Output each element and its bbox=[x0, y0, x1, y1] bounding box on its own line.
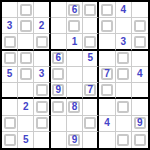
cell-box-marker bbox=[36, 117, 48, 129]
cell-r4c5[interactable] bbox=[67, 51, 83, 67]
given-digit: 3 bbox=[39, 69, 45, 79]
cell-r6c6[interactable]: 7 bbox=[83, 83, 99, 99]
cell-r8c3[interactable] bbox=[34, 116, 50, 132]
cell-r5c9[interactable]: 4 bbox=[132, 67, 148, 83]
given-digit: 9 bbox=[72, 135, 78, 145]
cell-r4c9[interactable] bbox=[132, 51, 148, 67]
cell-r9c7[interactable] bbox=[99, 132, 115, 148]
cell-r8c5[interactable] bbox=[67, 116, 83, 132]
given-digit: 6 bbox=[55, 53, 61, 63]
cell-r7c1[interactable] bbox=[2, 99, 18, 115]
cell-r6c2[interactable] bbox=[18, 83, 34, 99]
cell-box-marker bbox=[36, 84, 48, 96]
cell-box-marker bbox=[117, 101, 129, 113]
sudoku-board: 64321365537497284959 bbox=[0, 0, 150, 150]
cell-r5c3[interactable]: 3 bbox=[34, 67, 50, 83]
cell-r7c8[interactable] bbox=[116, 99, 132, 115]
cell-box-marker bbox=[101, 84, 113, 96]
cell-r2c7[interactable] bbox=[99, 18, 115, 34]
cell-r8c9[interactable]: 9 bbox=[132, 116, 148, 132]
cell-r6c9[interactable] bbox=[132, 83, 148, 99]
cell-r3c7[interactable] bbox=[99, 34, 115, 50]
cell-r4c1[interactable] bbox=[2, 51, 18, 67]
cell-r3c6[interactable] bbox=[83, 34, 99, 50]
cell-r4c7[interactable] bbox=[99, 51, 115, 67]
given-digit: 2 bbox=[23, 102, 29, 112]
cell-r2c1[interactable]: 3 bbox=[2, 18, 18, 34]
cell-box-marker bbox=[84, 36, 96, 48]
cell-r7c9[interactable] bbox=[132, 99, 148, 115]
cell-r3c2[interactable] bbox=[18, 34, 34, 50]
cell-r3c3[interactable] bbox=[34, 34, 50, 50]
cell-box-marker bbox=[20, 68, 32, 80]
cell-r1c5[interactable]: 6 bbox=[67, 2, 83, 18]
cell-r8c4[interactable] bbox=[51, 116, 67, 132]
cell-box-marker bbox=[117, 68, 129, 80]
cell-box-marker bbox=[52, 101, 64, 113]
cell-box-marker bbox=[117, 52, 129, 64]
cell-r3c5[interactable]: 1 bbox=[67, 34, 83, 50]
cell-r2c6[interactable] bbox=[83, 18, 99, 34]
cell-box-marker bbox=[52, 68, 64, 80]
cell-box-marker bbox=[4, 134, 16, 146]
given-digit: 6 bbox=[72, 5, 78, 15]
cell-r8c7[interactable]: 4 bbox=[99, 116, 115, 132]
cell-r7c3[interactable] bbox=[34, 99, 50, 115]
cell-r9c2[interactable]: 5 bbox=[18, 132, 34, 148]
cell-r7c7[interactable] bbox=[99, 99, 115, 115]
given-digit: 9 bbox=[137, 118, 143, 128]
cell-r1c3[interactable] bbox=[34, 2, 50, 18]
cell-box-marker bbox=[84, 4, 96, 16]
cell-r3c9[interactable] bbox=[132, 34, 148, 50]
cell-r2c9[interactable] bbox=[132, 18, 148, 34]
cell-r7c5[interactable]: 8 bbox=[67, 99, 83, 115]
cell-r2c5[interactable] bbox=[67, 18, 83, 34]
given-digit: 7 bbox=[104, 69, 110, 79]
cell-r6c8[interactable] bbox=[116, 83, 132, 99]
cell-r1c9[interactable] bbox=[132, 2, 148, 18]
cell-r5c2[interactable] bbox=[18, 67, 34, 83]
given-digit: 3 bbox=[120, 37, 126, 47]
cell-r4c3[interactable] bbox=[34, 51, 50, 67]
given-digit: 2 bbox=[39, 21, 45, 31]
cell-r3c4[interactable] bbox=[51, 34, 67, 50]
cell-r5c4[interactable] bbox=[51, 67, 67, 83]
cell-r8c6[interactable] bbox=[83, 116, 99, 132]
given-digit: 5 bbox=[23, 135, 29, 145]
cell-r4c8[interactable] bbox=[116, 51, 132, 67]
cell-r6c4[interactable]: 9 bbox=[51, 83, 67, 99]
cell-box-marker bbox=[134, 20, 146, 32]
given-digit: 9 bbox=[55, 85, 61, 95]
cell-box-marker bbox=[20, 20, 32, 32]
cell-r9c6[interactable] bbox=[83, 132, 99, 148]
cell-r1c1[interactable] bbox=[2, 2, 18, 18]
cell-r9c1[interactable] bbox=[2, 132, 18, 148]
given-digit: 8 bbox=[72, 102, 78, 112]
cell-r3c1[interactable] bbox=[2, 34, 18, 50]
cell-r7c4[interactable] bbox=[51, 99, 67, 115]
cell-r9c9[interactable] bbox=[132, 132, 148, 148]
cell-box-marker bbox=[36, 36, 48, 48]
cell-r4c2[interactable] bbox=[18, 51, 34, 67]
cell-r5c7[interactable]: 7 bbox=[99, 67, 115, 83]
cell-r5c5[interactable] bbox=[67, 67, 83, 83]
cell-r2c4[interactable] bbox=[51, 18, 67, 34]
cell-box-marker bbox=[36, 101, 48, 113]
cell-r1c4[interactable] bbox=[51, 2, 67, 18]
cell-r5c8[interactable] bbox=[116, 67, 132, 83]
given-digit: 7 bbox=[87, 85, 93, 95]
cell-box-marker bbox=[84, 117, 96, 129]
cell-box-marker bbox=[101, 4, 113, 16]
cell-r1c8[interactable]: 4 bbox=[116, 2, 132, 18]
cell-r2c2[interactable] bbox=[18, 18, 34, 34]
given-digit: 3 bbox=[7, 21, 13, 31]
cell-box-marker bbox=[20, 52, 32, 64]
given-digit: 4 bbox=[104, 118, 110, 128]
cell-r8c2[interactable] bbox=[18, 116, 34, 132]
cell-r6c1[interactable] bbox=[2, 83, 18, 99]
cell-r2c8[interactable] bbox=[116, 18, 132, 34]
cell-r6c3[interactable] bbox=[34, 83, 50, 99]
cell-box-marker bbox=[68, 20, 80, 32]
cell-r1c2[interactable] bbox=[18, 2, 34, 18]
cell-r1c6[interactable] bbox=[83, 2, 99, 18]
cell-r7c6[interactable] bbox=[83, 99, 99, 115]
cell-r6c5[interactable] bbox=[67, 83, 83, 99]
cell-r9c4[interactable] bbox=[51, 132, 67, 148]
cell-r2c3[interactable]: 2 bbox=[34, 18, 50, 34]
cell-r5c6[interactable] bbox=[83, 67, 99, 83]
cell-r8c1[interactable] bbox=[2, 116, 18, 132]
cell-r4c4[interactable]: 6 bbox=[51, 51, 67, 67]
cell-box-marker bbox=[117, 134, 129, 146]
given-digit: 4 bbox=[137, 69, 143, 79]
cell-box-marker bbox=[20, 4, 32, 16]
cell-box-marker bbox=[4, 117, 16, 129]
cell-box-marker bbox=[101, 20, 113, 32]
cell-r9c8[interactable] bbox=[116, 132, 132, 148]
cell-r5c1[interactable]: 5 bbox=[2, 67, 18, 83]
cell-r6c7[interactable] bbox=[99, 83, 115, 99]
cell-r8c8[interactable] bbox=[116, 116, 132, 132]
cell-r9c3[interactable] bbox=[34, 132, 50, 148]
cell-box-marker bbox=[4, 52, 16, 64]
cell-r1c7[interactable] bbox=[99, 2, 115, 18]
given-digit: 5 bbox=[7, 69, 13, 79]
given-digit: 5 bbox=[87, 53, 93, 63]
cell-r4c6[interactable]: 5 bbox=[83, 51, 99, 67]
cell-r3c8[interactable]: 3 bbox=[116, 34, 132, 50]
given-digit: 1 bbox=[72, 37, 78, 47]
cell-box-marker bbox=[134, 134, 146, 146]
cell-box-marker bbox=[4, 36, 16, 48]
given-digit: 4 bbox=[120, 5, 126, 15]
cell-r7c2[interactable]: 2 bbox=[18, 99, 34, 115]
cell-box-marker bbox=[134, 36, 146, 48]
cell-r9c5[interactable]: 9 bbox=[67, 132, 83, 148]
